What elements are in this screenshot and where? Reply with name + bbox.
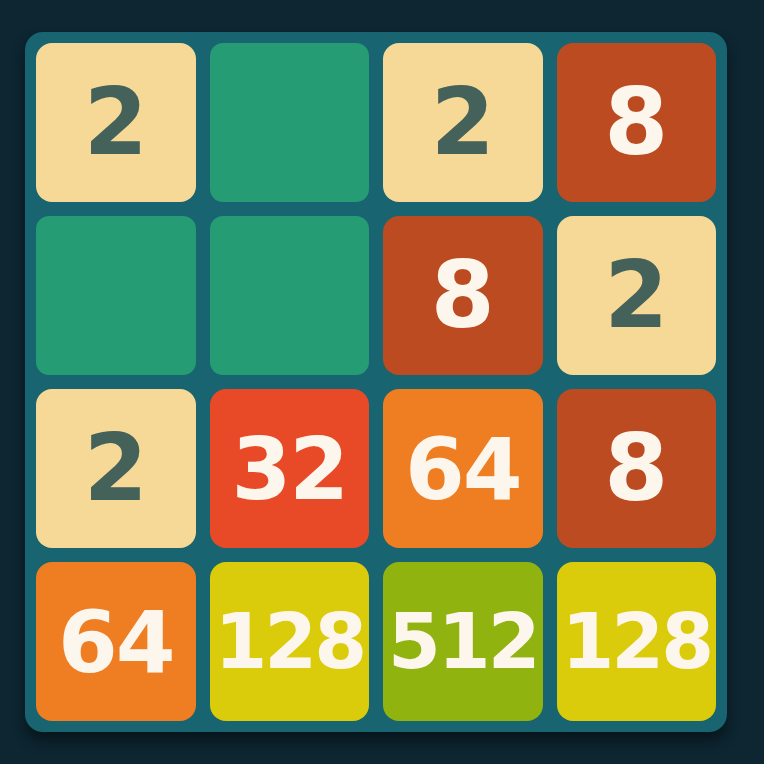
tile-2: 2 bbox=[383, 43, 543, 202]
tile-8: 8 bbox=[557, 43, 717, 202]
tile-128: 128 bbox=[557, 562, 717, 721]
tile-2: 2 bbox=[557, 216, 717, 375]
tile-2: 2 bbox=[36, 389, 196, 548]
board[interactable]: 2288223264864128512128 bbox=[25, 32, 727, 732]
empty-cell bbox=[210, 43, 370, 202]
tile-64: 64 bbox=[36, 562, 196, 721]
tile-8: 8 bbox=[557, 389, 717, 548]
tile-2: 2 bbox=[36, 43, 196, 202]
tile-32: 32 bbox=[210, 389, 370, 548]
empty-cell bbox=[210, 216, 370, 375]
tile-512: 512 bbox=[383, 562, 543, 721]
tile-8: 8 bbox=[383, 216, 543, 375]
tile-64: 64 bbox=[383, 389, 543, 548]
empty-cell bbox=[36, 216, 196, 375]
tile-128: 128 bbox=[210, 562, 370, 721]
